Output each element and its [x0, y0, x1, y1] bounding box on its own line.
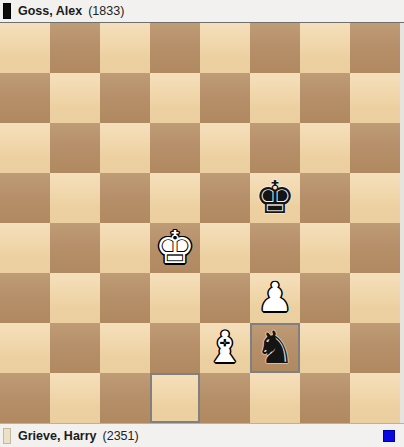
- square-g8[interactable]: [300, 23, 350, 73]
- piece-black-king[interactable]: ♚: [255, 175, 295, 220]
- square-b2[interactable]: [50, 323, 100, 373]
- square-e1[interactable]: [200, 373, 250, 423]
- square-e8[interactable]: [200, 23, 250, 73]
- move-indicator-icon: [383, 430, 395, 442]
- black-player-icon: [3, 3, 11, 19]
- white-player-icon: [3, 428, 11, 444]
- square-a3[interactable]: [0, 273, 50, 323]
- square-e7[interactable]: [200, 73, 250, 123]
- square-c8[interactable]: [100, 23, 150, 73]
- square-c7[interactable]: [100, 73, 150, 123]
- square-e2[interactable]: ♝: [200, 323, 250, 373]
- square-h6[interactable]: [350, 123, 400, 173]
- piece-black-knight[interactable]: ♞: [255, 325, 295, 370]
- bottom-player-bar: Grieve, Harry (2351): [0, 423, 404, 447]
- square-b3[interactable]: [50, 273, 100, 323]
- square-b6[interactable]: [50, 123, 100, 173]
- chess-board: ♚♚♟♝♞: [0, 23, 400, 423]
- square-c6[interactable]: [100, 123, 150, 173]
- square-h5[interactable]: [350, 173, 400, 223]
- square-g6[interactable]: [300, 123, 350, 173]
- square-f2[interactable]: ♞: [250, 323, 300, 373]
- square-c5[interactable]: [100, 173, 150, 223]
- bottom-player-rating: (2351): [103, 429, 139, 443]
- square-d7[interactable]: [150, 73, 200, 123]
- square-g4[interactable]: [300, 223, 350, 273]
- square-c4[interactable]: [100, 223, 150, 273]
- square-g3[interactable]: [300, 273, 350, 323]
- square-a6[interactable]: [0, 123, 50, 173]
- square-a8[interactable]: [0, 23, 50, 73]
- square-a5[interactable]: [0, 173, 50, 223]
- square-b1[interactable]: [50, 373, 100, 423]
- square-d5[interactable]: [150, 173, 200, 223]
- square-f4[interactable]: [250, 223, 300, 273]
- square-a4[interactable]: [0, 223, 50, 273]
- square-f1[interactable]: [250, 373, 300, 423]
- top-player-bar: Goss, Alex (1833): [0, 0, 404, 23]
- square-e6[interactable]: [200, 123, 250, 173]
- square-a7[interactable]: [0, 73, 50, 123]
- square-c2[interactable]: [100, 323, 150, 373]
- square-a1[interactable]: [0, 373, 50, 423]
- piece-white-pawn[interactable]: ♟: [257, 277, 293, 317]
- square-d2[interactable]: [150, 323, 200, 373]
- square-h4[interactable]: [350, 223, 400, 273]
- square-g5[interactable]: [300, 173, 350, 223]
- square-b7[interactable]: [50, 73, 100, 123]
- square-b5[interactable]: [50, 173, 100, 223]
- top-player-rating: (1833): [88, 4, 124, 18]
- square-d3[interactable]: [150, 273, 200, 323]
- square-a2[interactable]: [0, 323, 50, 373]
- square-g2[interactable]: [300, 323, 350, 373]
- square-d4[interactable]: ♚: [150, 223, 200, 273]
- square-e4[interactable]: [200, 223, 250, 273]
- square-g1[interactable]: [300, 373, 350, 423]
- square-b4[interactable]: [50, 223, 100, 273]
- square-c3[interactable]: [100, 273, 150, 323]
- square-d8[interactable]: [150, 23, 200, 73]
- square-f5[interactable]: ♚: [250, 173, 300, 223]
- square-h7[interactable]: [350, 73, 400, 123]
- square-e3[interactable]: [200, 273, 250, 323]
- piece-white-bishop[interactable]: ♝: [206, 326, 245, 369]
- board-area: ♚♚♟♝♞: [0, 23, 404, 423]
- square-h1[interactable]: [350, 373, 400, 423]
- top-player-name: Goss, Alex: [18, 4, 82, 18]
- square-g7[interactable]: [300, 73, 350, 123]
- square-h2[interactable]: [350, 323, 400, 373]
- square-h3[interactable]: [350, 273, 400, 323]
- square-e5[interactable]: [200, 173, 250, 223]
- square-d6[interactable]: [150, 123, 200, 173]
- square-b8[interactable]: [50, 23, 100, 73]
- square-f7[interactable]: [250, 73, 300, 123]
- square-d1[interactable]: [150, 373, 200, 423]
- piece-white-king[interactable]: ♚: [155, 225, 195, 270]
- square-f3[interactable]: ♟: [250, 273, 300, 323]
- square-f8[interactable]: [250, 23, 300, 73]
- bottom-player-name: Grieve, Harry: [18, 429, 97, 443]
- square-f6[interactable]: [250, 123, 300, 173]
- square-c1[interactable]: [100, 373, 150, 423]
- square-h8[interactable]: [350, 23, 400, 73]
